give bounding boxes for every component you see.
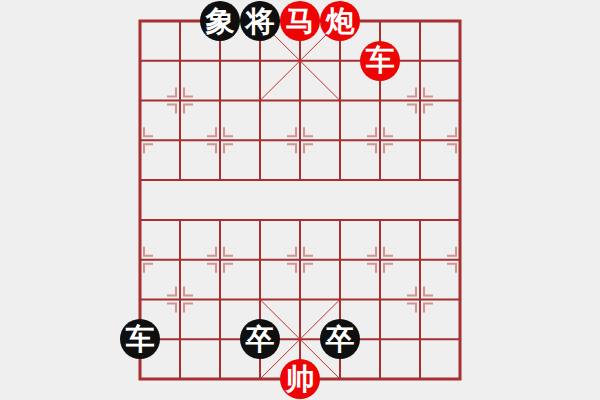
- position-marker: [384, 247, 393, 256]
- position-marker: [424, 105, 433, 114]
- piece-black-general[interactable]: 将: [240, 1, 280, 41]
- position-marker: [224, 144, 233, 153]
- piece-black-soldier-1[interactable]: 卒: [240, 319, 280, 359]
- position-marker: [144, 127, 153, 136]
- position-marker: [424, 286, 433, 295]
- position-marker: [287, 264, 296, 273]
- position-marker: [384, 144, 393, 153]
- piece-black-elephant[interactable]: 象: [200, 1, 240, 41]
- position-marker: [184, 105, 193, 114]
- position-marker: [367, 144, 376, 153]
- xiangqi-board: 象将马炮车车卒卒帅: [140, 21, 460, 379]
- position-marker: [447, 144, 456, 153]
- position-marker: [184, 286, 193, 295]
- position-marker: [144, 264, 153, 273]
- position-marker: [424, 303, 433, 312]
- piece-red-chariot[interactable]: 车: [360, 41, 400, 81]
- piece-black-soldier-2[interactable]: 卒: [320, 319, 360, 359]
- position-marker: [167, 88, 176, 97]
- board-grid: [140, 21, 460, 379]
- position-marker: [304, 144, 313, 153]
- position-marker: [367, 264, 376, 273]
- position-marker: [447, 264, 456, 273]
- position-marker: [407, 88, 416, 97]
- position-marker: [144, 247, 153, 256]
- position-marker: [407, 105, 416, 114]
- position-marker: [447, 247, 456, 256]
- piece-black-chariot[interactable]: 车: [120, 319, 160, 359]
- position-marker: [407, 303, 416, 312]
- position-marker: [367, 247, 376, 256]
- position-marker: [207, 247, 216, 256]
- position-marker: [144, 144, 153, 153]
- position-marker: [287, 247, 296, 256]
- position-marker: [224, 247, 233, 256]
- position-marker: [304, 247, 313, 256]
- position-marker: [207, 264, 216, 273]
- position-marker: [304, 264, 313, 273]
- position-marker: [167, 105, 176, 114]
- position-marker: [224, 264, 233, 273]
- position-marker: [167, 303, 176, 312]
- position-marker: [424, 88, 433, 97]
- position-marker: [304, 127, 313, 136]
- position-marker: [384, 127, 393, 136]
- position-marker: [287, 144, 296, 153]
- position-marker: [367, 127, 376, 136]
- position-marker: [407, 286, 416, 295]
- position-marker: [287, 127, 296, 136]
- position-marker: [167, 286, 176, 295]
- piece-red-general[interactable]: 帅: [280, 359, 320, 399]
- xiangqi-app: 象将马炮车车卒卒帅: [0, 0, 600, 400]
- piece-red-horse[interactable]: 马: [280, 1, 320, 41]
- position-marker: [207, 144, 216, 153]
- position-marker: [224, 127, 233, 136]
- position-marker: [184, 88, 193, 97]
- position-marker: [447, 127, 456, 136]
- piece-red-cannon[interactable]: 炮: [320, 1, 360, 41]
- position-marker: [207, 127, 216, 136]
- position-marker: [184, 303, 193, 312]
- position-marker: [384, 264, 393, 273]
